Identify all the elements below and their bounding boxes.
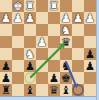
window-background-strip-bottom bbox=[0, 96, 96, 100]
board-square[interactable]: ♝ bbox=[24, 84, 36, 96]
black-bishop-icon: ♝ bbox=[61, 84, 71, 96]
white-pawn-icon: ♟ bbox=[1, 12, 11, 24]
board-square[interactable] bbox=[12, 60, 24, 72]
black-pawn-icon: ♟ bbox=[85, 60, 95, 72]
black-queen-icon: ♛ bbox=[49, 84, 59, 96]
board-square[interactable]: ♟ bbox=[84, 60, 96, 72]
white-rook-icon: ♜ bbox=[49, 0, 59, 12]
board-square[interactable] bbox=[48, 12, 60, 24]
board-square[interactable]: ♜ bbox=[48, 0, 60, 12]
board-square[interactable] bbox=[72, 60, 84, 72]
board-square[interactable] bbox=[72, 36, 84, 48]
board-square[interactable]: ♛ bbox=[48, 84, 60, 96]
board-square[interactable] bbox=[12, 84, 24, 96]
board-square[interactable]: ♟ bbox=[72, 12, 84, 24]
black-pawn-icon: ♟ bbox=[25, 60, 35, 72]
board-square[interactable] bbox=[36, 0, 48, 12]
black-rook-icon: ♜ bbox=[1, 84, 11, 96]
board-square[interactable] bbox=[48, 24, 60, 36]
board-square[interactable] bbox=[24, 24, 36, 36]
chess-board[interactable]: ♚♜♜♟♟♟♟♟♟♞♟♛♞♟♟♟♞♟♟♟♚♜♝♛♝ bbox=[0, 0, 96, 96]
board-square[interactable]: ♟ bbox=[36, 36, 48, 48]
board-square[interactable]: ♟ bbox=[0, 12, 12, 24]
board-square[interactable] bbox=[36, 72, 48, 84]
board-square[interactable] bbox=[84, 72, 96, 84]
board-square[interactable]: ♝ bbox=[60, 84, 72, 96]
black-bishop-icon: ♝ bbox=[25, 84, 35, 96]
board-square[interactable]: ♟ bbox=[12, 12, 24, 24]
board-square[interactable] bbox=[72, 24, 84, 36]
board-square[interactable]: ♛ bbox=[60, 36, 72, 48]
board-square[interactable]: ♟ bbox=[84, 12, 96, 24]
board-square[interactable] bbox=[12, 24, 24, 36]
white-pawn-icon: ♟ bbox=[85, 12, 95, 24]
board-square[interactable] bbox=[36, 48, 48, 60]
board-square[interactable] bbox=[0, 36, 12, 48]
white-pawn-icon: ♟ bbox=[73, 12, 83, 24]
black-queen-icon: ♛ bbox=[61, 36, 71, 48]
white-pawn-icon: ♟ bbox=[13, 12, 23, 24]
board-square[interactable] bbox=[72, 84, 84, 96]
white-pawn-icon: ♟ bbox=[37, 36, 47, 48]
chess-app-window: ♚♜♜♟♟♟♟♟♟♞♟♛♞♟♟♟♞♟♟♟♚♜♝♛♝ bbox=[0, 0, 99, 100]
board-square[interactable] bbox=[12, 48, 24, 60]
board-square[interactable] bbox=[36, 84, 48, 96]
board-square[interactable] bbox=[36, 12, 48, 24]
window-background-strip-right bbox=[96, 0, 99, 100]
board-square[interactable]: ♟ bbox=[24, 12, 36, 24]
board-square[interactable]: ♟ bbox=[24, 60, 36, 72]
board-square[interactable] bbox=[48, 48, 60, 60]
board-square[interactable] bbox=[84, 84, 96, 96]
board-square[interactable]: ♜ bbox=[0, 84, 12, 96]
board-square[interactable] bbox=[72, 72, 84, 84]
board-square[interactable] bbox=[12, 36, 24, 48]
board-square[interactable] bbox=[72, 48, 84, 60]
board-square[interactable] bbox=[12, 72, 24, 84]
board-square[interactable] bbox=[0, 24, 12, 36]
white-pawn-icon: ♟ bbox=[25, 12, 35, 24]
board-square[interactable] bbox=[84, 24, 96, 36]
board-square[interactable] bbox=[48, 36, 60, 48]
board-square[interactable] bbox=[36, 60, 48, 72]
